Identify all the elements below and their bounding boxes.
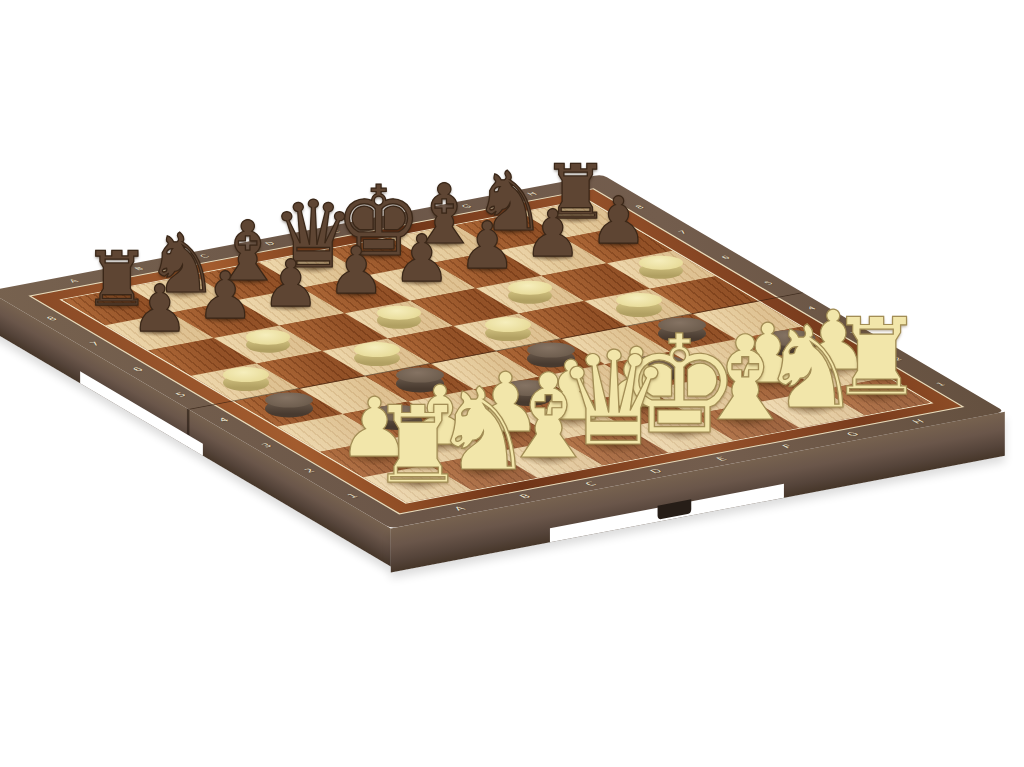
file-label-a-far: A [67,278,81,283]
file-label-d-far: D [263,241,277,246]
rank-label-6-right: 6 [719,255,732,260]
rank-label-5-left: 5 [173,391,189,398]
file-label-g-far: G [460,203,474,208]
file-label-h-near: H [910,418,928,425]
file-label-d-near: D [648,468,666,475]
file-label-c-near: C [582,480,599,487]
rank-label-7-left: 7 [87,341,103,348]
rank-label-2-right: 2 [891,356,904,361]
file-label-f-near: F [780,443,796,449]
file-label-b-near: B [517,493,534,500]
file-label-f-far: F [395,216,408,221]
rank-label-6-left: 6 [130,366,146,373]
photo-stage: AABBCCDDEEFFGGHH1122334455667788 ♜♞♝♛♚♝♞… [0,0,1024,767]
file-label-b-far: B [132,266,146,271]
rank-label-3-right: 3 [848,331,861,336]
rank-label-5-right: 5 [762,280,775,285]
rank-label-8-left: 8 [44,315,60,322]
file-label-e-near: E [714,456,730,463]
rank-label-4-left: 4 [216,417,232,424]
file-label-c-far: C [198,253,212,258]
rank-label-2-left: 2 [302,467,318,474]
rank-label-7-right: 7 [676,230,689,235]
rank-label-8-right: 8 [633,204,646,209]
rank-label-1-right: 1 [934,382,947,387]
rank-label-1-left: 1 [345,493,361,500]
file-label-h-far: H [525,191,539,196]
file-label-e-far: E [329,228,342,233]
rank-label-3-left: 3 [259,442,275,449]
file-label-g-near: G [844,430,862,437]
rank-label-4-right: 4 [805,306,818,311]
file-label-a-near: A [451,505,468,512]
